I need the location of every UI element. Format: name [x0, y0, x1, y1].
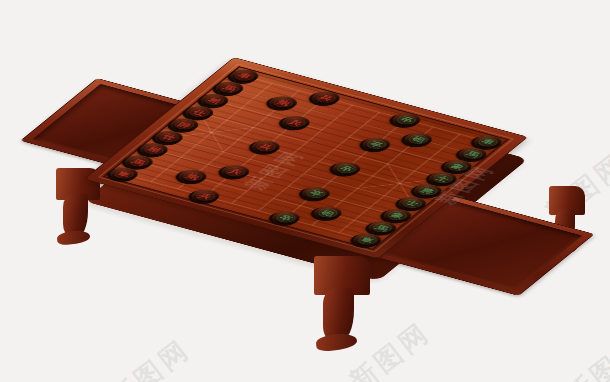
piece-character: 炮	[276, 99, 292, 107]
piece-engraving: 帥	[171, 119, 197, 131]
piece-engraving: 兵	[252, 141, 278, 153]
piece-character: 帥	[176, 121, 192, 129]
piece-engraving: 兵	[192, 190, 218, 202]
piece-character: 相	[146, 146, 162, 154]
piece-character: 砲	[320, 209, 336, 217]
watermark-text: 新图网	[102, 331, 197, 382]
piece-engraving: 炮	[271, 97, 297, 109]
piece-character: 兵	[257, 143, 273, 151]
leg-foot	[315, 332, 358, 353]
piece-engraving: 車	[232, 70, 258, 82]
piece-engraving: 馬	[217, 82, 243, 94]
piece-character: 馬	[222, 84, 238, 92]
piece-character: 車	[116, 170, 132, 178]
piece-engraving: 車	[111, 168, 137, 180]
piece-character: 車	[359, 236, 375, 244]
piece-character: 兵	[287, 119, 303, 127]
piece-character: 馬	[374, 224, 390, 232]
leg-foot	[57, 229, 91, 246]
piece-character: 兵	[318, 94, 334, 102]
piece-engraving: 車	[354, 234, 380, 246]
piece-engraving: 卒	[394, 114, 420, 126]
piece-character: 車	[480, 138, 496, 146]
piece-character: 卒	[278, 214, 294, 222]
piece-character: 相	[206, 97, 222, 105]
xiangqi-table-photo: 新图网 新图网 新图网 新图网	[0, 0, 610, 382]
piece-engraving: 兵	[222, 165, 248, 177]
piece-engraving: 卒	[364, 138, 390, 150]
piece-engraving: 馬	[460, 148, 486, 160]
piece-character: 卒	[399, 116, 415, 124]
piece-engraving: 仕	[187, 107, 213, 119]
piece-character: 車	[237, 72, 253, 80]
piece-engraving: 士	[399, 197, 425, 209]
piece-engraving: 相	[202, 94, 228, 106]
piece-engraving: 砲	[406, 133, 432, 145]
piece-engraving: 兵	[283, 116, 309, 128]
piece-character: 兵	[227, 168, 243, 176]
piece-character: 砲	[411, 136, 427, 144]
piece-character: 炮	[185, 173, 201, 181]
piece-engraving: 卒	[303, 187, 329, 199]
piece-character: 馬	[465, 150, 481, 158]
piece-engraving: 卒	[273, 212, 299, 224]
piece-character: 馬	[131, 158, 147, 166]
piece-engraving: 象	[384, 209, 410, 221]
piece-engraving: 馬	[369, 222, 395, 234]
piece-character: 卒	[308, 190, 324, 198]
piece-engraving: 炮	[180, 170, 206, 182]
table-leg-front	[314, 256, 370, 350]
piece-character: 兵	[197, 192, 213, 200]
piece-engraving: 砲	[315, 207, 341, 219]
piece-character: 仕	[191, 109, 207, 117]
piece-character: 士	[404, 199, 420, 207]
piece-character: 象	[389, 212, 405, 220]
piece-engraving: 兵	[313, 92, 339, 104]
piece-engraving: 車	[475, 136, 501, 148]
piece-engraving: 相	[141, 144, 167, 156]
piece-character: 卒	[369, 141, 385, 149]
piece-engraving: 仕	[156, 131, 182, 143]
piece-character: 卒	[338, 165, 354, 173]
piece-engraving: 馬	[126, 156, 152, 168]
watermark-text: 新图网	[558, 327, 610, 382]
piece-engraving: 卒	[334, 163, 360, 175]
piece-character: 仕	[161, 133, 177, 141]
tabletop: 車兵卒車馬炮砲馬相兵卒象仕士帥兵卒將仕士相兵卒象馬炮砲馬車兵卒車 新图网 新图网	[84, 57, 528, 259]
